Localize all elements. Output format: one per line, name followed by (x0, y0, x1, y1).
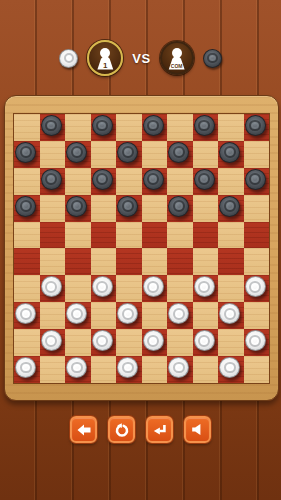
square-r2c9[interactable] (218, 141, 244, 168)
square-r9c10[interactable] (244, 329, 270, 356)
piece-white[interactable] (143, 330, 164, 351)
back-button[interactable] (70, 416, 97, 443)
board-grid (13, 113, 270, 384)
square-r1c9[interactable] (218, 114, 244, 141)
piece-dark[interactable] (41, 115, 62, 136)
square-r10c9[interactable] (218, 356, 244, 383)
square-r4c7[interactable] (167, 195, 193, 222)
square-r6c7[interactable] (167, 248, 193, 275)
square-r2c4[interactable] (91, 141, 117, 168)
square-r10c6[interactable] (142, 356, 168, 383)
square-r1c2[interactable] (40, 114, 66, 141)
square-r6c3[interactable] (65, 248, 91, 275)
square-r6c6[interactable] (142, 248, 168, 275)
piece-dark[interactable] (15, 196, 36, 217)
square-r7c10[interactable] (244, 275, 270, 302)
piece-dark[interactable] (15, 142, 36, 163)
player1-name: 1 (89, 61, 121, 70)
square-r7c5[interactable] (116, 275, 142, 302)
square-r1c1[interactable] (14, 114, 40, 141)
bottom-toolbar (0, 416, 281, 443)
piece-dark[interactable] (245, 115, 266, 136)
square-r6c8[interactable] (193, 248, 219, 275)
square-r4c2[interactable] (40, 195, 66, 222)
square-r10c3[interactable] (65, 356, 91, 383)
piece-white[interactable] (117, 357, 138, 378)
square-r6c10[interactable] (244, 248, 270, 275)
square-r4c10[interactable] (244, 195, 270, 222)
square-r9c1[interactable] (14, 329, 40, 356)
square-r6c5[interactable] (116, 248, 142, 275)
piece-white[interactable] (245, 276, 266, 297)
square-r1c7[interactable] (167, 114, 193, 141)
square-r8c3[interactable] (65, 302, 91, 329)
square-r5c1[interactable] (14, 222, 40, 249)
piece-dark[interactable] (245, 169, 266, 190)
square-r10c5[interactable] (116, 356, 142, 383)
square-r4c3[interactable] (65, 195, 91, 222)
square-r5c7[interactable] (167, 222, 193, 249)
square-r8c2[interactable] (40, 302, 66, 329)
square-r3c5[interactable] (116, 168, 142, 195)
square-r10c10[interactable] (244, 356, 270, 383)
square-r2c6[interactable] (142, 141, 168, 168)
square-r3c4[interactable] (91, 168, 117, 195)
piece-white[interactable] (194, 276, 215, 297)
square-r8c10[interactable] (244, 302, 270, 329)
square-r9c8[interactable] (193, 329, 219, 356)
piece-dark[interactable] (117, 142, 138, 163)
square-r5c6[interactable] (142, 222, 168, 249)
restart-button[interactable] (108, 416, 135, 443)
square-r2c7[interactable] (167, 141, 193, 168)
piece-white[interactable] (92, 276, 113, 297)
square-r2c3[interactable] (65, 141, 91, 168)
piece-white[interactable] (194, 330, 215, 351)
piece-dark[interactable] (66, 142, 87, 163)
square-r4c1[interactable] (14, 195, 40, 222)
person-icon (172, 48, 182, 58)
piece-dark[interactable] (219, 142, 240, 163)
square-r1c4[interactable] (91, 114, 117, 141)
square-r2c8[interactable] (193, 141, 219, 168)
square-r9c9[interactable] (218, 329, 244, 356)
square-r5c5[interactable] (116, 222, 142, 249)
piece-white[interactable] (219, 303, 240, 324)
square-r8c7[interactable] (167, 302, 193, 329)
piece-white[interactable] (143, 276, 164, 297)
piece-white[interactable] (15, 357, 36, 378)
square-r8c6[interactable] (142, 302, 168, 329)
arrow-left-icon (77, 424, 91, 436)
square-r1c3[interactable] (65, 114, 91, 141)
square-r7c3[interactable] (65, 275, 91, 302)
square-r8c8[interactable] (193, 302, 219, 329)
square-r10c7[interactable] (167, 356, 193, 383)
square-r3c8[interactable] (193, 168, 219, 195)
square-r10c2[interactable] (40, 356, 66, 383)
piece-dark[interactable] (117, 196, 138, 217)
piece-dark[interactable] (41, 169, 62, 190)
piece-white[interactable] (92, 330, 113, 351)
square-r4c4[interactable] (91, 195, 117, 222)
square-r9c7[interactable] (167, 329, 193, 356)
square-r9c5[interactable] (116, 329, 142, 356)
square-r6c9[interactable] (218, 248, 244, 275)
undo-icon (153, 423, 167, 436)
square-r5c8[interactable] (193, 222, 219, 249)
vs-label: VS (132, 51, 150, 66)
square-r6c1[interactable] (14, 248, 40, 275)
piece-dark[interactable] (219, 196, 240, 217)
square-r5c4[interactable] (91, 222, 117, 249)
game-background: 1 VS COM (0, 0, 281, 500)
square-r5c3[interactable] (65, 222, 91, 249)
square-r7c4[interactable] (91, 275, 117, 302)
square-r1c5[interactable] (116, 114, 142, 141)
player2-name: COM (162, 63, 192, 69)
square-r9c2[interactable] (40, 329, 66, 356)
match-header: 1 VS COM (0, 39, 281, 77)
sound-button[interactable] (184, 416, 211, 443)
square-r6c2[interactable] (40, 248, 66, 275)
square-r8c5[interactable] (116, 302, 142, 329)
square-r2c2[interactable] (40, 141, 66, 168)
square-r2c5[interactable] (116, 141, 142, 168)
square-r7c7[interactable] (167, 275, 193, 302)
piece-dark[interactable] (143, 115, 164, 136)
square-r3c1[interactable] (14, 168, 40, 195)
square-r1c10[interactable] (244, 114, 270, 141)
square-r8c9[interactable] (218, 302, 244, 329)
square-r7c9[interactable] (218, 275, 244, 302)
piece-dark[interactable] (92, 169, 113, 190)
square-r5c2[interactable] (40, 222, 66, 249)
piece-white[interactable] (66, 303, 87, 324)
player2-color-piece (203, 49, 222, 68)
piece-dark[interactable] (194, 115, 215, 136)
person-icon (100, 48, 110, 58)
square-r9c4[interactable] (91, 329, 117, 356)
square-r7c6[interactable] (142, 275, 168, 302)
piece-dark[interactable] (92, 115, 113, 136)
restart-icon (115, 423, 129, 437)
piece-white[interactable] (41, 330, 62, 351)
square-r6c4[interactable] (91, 248, 117, 275)
square-r10c8[interactable] (193, 356, 219, 383)
piece-white[interactable] (168, 303, 189, 324)
piece-white[interactable] (168, 357, 189, 378)
piece-dark[interactable] (168, 196, 189, 217)
player1-color-piece (59, 49, 78, 68)
piece-dark[interactable] (66, 196, 87, 217)
player2-avatar[interactable]: COM (160, 41, 194, 75)
square-r4c9[interactable] (218, 195, 244, 222)
square-r9c6[interactable] (142, 329, 168, 356)
piece-white[interactable] (15, 303, 36, 324)
square-r3c6[interactable] (142, 168, 168, 195)
square-r7c1[interactable] (14, 275, 40, 302)
square-r3c3[interactable] (65, 168, 91, 195)
piece-dark[interactable] (143, 169, 164, 190)
square-r3c9[interactable] (218, 168, 244, 195)
speaker-icon (191, 423, 205, 436)
square-r10c4[interactable] (91, 356, 117, 383)
square-r8c1[interactable] (14, 302, 40, 329)
square-r5c9[interactable] (218, 222, 244, 249)
piece-dark[interactable] (194, 169, 215, 190)
square-r3c7[interactable] (167, 168, 193, 195)
square-r7c2[interactable] (40, 275, 66, 302)
square-r2c10[interactable] (244, 141, 270, 168)
square-r1c6[interactable] (142, 114, 168, 141)
square-r1c8[interactable] (193, 114, 219, 141)
piece-dark[interactable] (168, 142, 189, 163)
piece-white[interactable] (117, 303, 138, 324)
square-r10c1[interactable] (14, 356, 40, 383)
square-r5c10[interactable] (244, 222, 270, 249)
square-r3c2[interactable] (40, 168, 66, 195)
square-r9c3[interactable] (65, 329, 91, 356)
piece-white[interactable] (41, 276, 62, 297)
square-r4c8[interactable] (193, 195, 219, 222)
square-r2c1[interactable] (14, 141, 40, 168)
checkers-board (4, 95, 279, 401)
square-r4c6[interactable] (142, 195, 168, 222)
player1-avatar[interactable]: 1 (87, 40, 123, 76)
undo-button[interactable] (146, 416, 173, 443)
piece-white[interactable] (219, 357, 240, 378)
piece-white[interactable] (66, 357, 87, 378)
piece-white[interactable] (245, 330, 266, 351)
square-r3c10[interactable] (244, 168, 270, 195)
square-r8c4[interactable] (91, 302, 117, 329)
square-r4c5[interactable] (116, 195, 142, 222)
square-r7c8[interactable] (193, 275, 219, 302)
